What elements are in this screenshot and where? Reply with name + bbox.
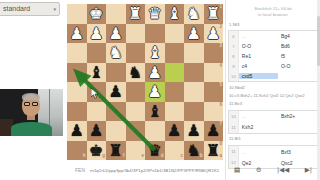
streamer-glasses-right: [32, 102, 38, 106]
chevron-down-icon: ▾: [53, 7, 56, 12]
square-g5[interactable]: [87, 82, 107, 102]
square-b7[interactable]: ♟: [184, 121, 204, 141]
file-label-e: e: [141, 154, 144, 159]
square-e8[interactable]: e: [126, 141, 146, 161]
variation-table: 10…Bxh2+11Kxh2: [228, 110, 318, 134]
skip-back-icon[interactable]: |◀◀: [277, 166, 289, 174]
square-c8[interactable]: c: [165, 141, 185, 161]
book-icon[interactable]: ▤: [234, 166, 240, 174]
streamer-hair: [22, 93, 40, 100]
piece-white-knight[interactable]: ♞: [109, 43, 123, 62]
square-d4[interactable]: ♟: [145, 63, 165, 83]
skip-forward-icon[interactable]: ▶|: [305, 166, 312, 174]
square-f8[interactable]: ♜f: [106, 141, 126, 161]
square-d2[interactable]: [145, 24, 165, 44]
file-label-g: g: [102, 154, 105, 159]
move-number: 10: [229, 111, 239, 122]
file-label-c: c: [180, 154, 183, 159]
piece-black-bishop[interactable]: ♝: [148, 102, 162, 121]
piece-black-pawn[interactable]: ♟: [187, 121, 201, 140]
move-number: 7: [229, 41, 239, 51]
file-label-d: d: [161, 154, 164, 159]
rank-label-5: 5: [219, 83, 222, 88]
move-7-b[interactable]: Bd6: [278, 43, 317, 49]
square-a1[interactable]: ♜1: [204, 4, 224, 24]
square-g1[interactable]: ♚: [87, 4, 107, 24]
square-a6[interactable]: 6: [204, 102, 224, 122]
chess-board[interactable]: ♚♜♛♝♞♜1♟♟♟♟♟2♞♝3♝♞♟4♟♟5♝6♟♟♟♟♟7h♚g♜fe♛dc…: [67, 4, 223, 160]
move-number: 11: [229, 122, 239, 133]
piece-white-queen[interactable]: ♛: [148, 4, 162, 23]
piece-white-knight[interactable]: ♞: [187, 4, 201, 23]
square-c3[interactable]: [165, 43, 185, 63]
piece-white-rook[interactable]: ♜: [206, 4, 220, 23]
square-b3[interactable]: [184, 43, 204, 63]
square-f6[interactable]: [106, 102, 126, 122]
piece-black-pawn[interactable]: ♟: [89, 121, 103, 140]
move-9-b[interactable]: O-O: [278, 63, 317, 69]
piece-black-bishop[interactable]: ♝: [89, 63, 103, 82]
square-c4[interactable]: [165, 63, 185, 83]
move-row: 11…Bxf3: [229, 146, 317, 157]
piece-white-pawn[interactable]: ♟: [148, 82, 162, 101]
square-a5[interactable]: 5: [204, 82, 224, 102]
square-a3[interactable]: 3: [204, 43, 224, 63]
piece-white-pawn[interactable]: ♟: [89, 24, 103, 43]
analysis-panel: Stockfish 11+ 64-bit in local browser 1.…: [225, 0, 320, 180]
piece-black-rook[interactable]: ♜: [109, 141, 123, 160]
square-h7[interactable]: ♟: [67, 121, 87, 141]
square-h3[interactable]: [67, 43, 87, 63]
fen-input[interactable]: rn1q1rk1/ppp3pp/3b4/3P1p2/3Pn1b1/3B1N2/P…: [90, 168, 219, 173]
square-g8[interactable]: ♚g: [87, 141, 107, 161]
streamer-glasses-left: [24, 102, 30, 106]
piece-black-pawn[interactable]: ♟: [109, 82, 123, 101]
piece-white-pawn[interactable]: ♟: [206, 24, 220, 43]
piece-white-pawn[interactable]: ♟: [70, 24, 84, 43]
square-e2[interactable]: [126, 24, 146, 44]
move-6-w[interactable]: …: [239, 33, 278, 39]
square-c2[interactable]: [165, 24, 185, 44]
square-a7[interactable]: ♟7: [204, 121, 224, 141]
move-9-w[interactable]: c4: [239, 63, 278, 69]
square-h8[interactable]: h: [67, 141, 87, 161]
piece-white-pawn[interactable]: ♟: [148, 63, 162, 82]
piece-white-pawn[interactable]: ♟: [109, 24, 123, 43]
move-8-w[interactable]: Re1: [239, 53, 278, 59]
piece-white-pawn[interactable]: ♟: [187, 24, 201, 43]
rank-label-3: 3: [219, 44, 222, 49]
engine-status: Stockfish 11+ 64-bit in local browser: [226, 6, 320, 18]
move-11-w[interactable]: Kxh2: [239, 124, 278, 130]
move-11-w[interactable]: …: [239, 149, 278, 155]
variation-line[interactable]: 11.Be3: [229, 101, 317, 107]
square-a8[interactable]: ♜8a: [204, 141, 224, 161]
variation-line[interactable]: 10.c5 Bxh2+ 11.Kxh2 Qxf2 12.Qe2 Qxe2: [229, 93, 317, 99]
square-f3[interactable]: ♞: [106, 43, 126, 63]
move-number: 11: [229, 146, 239, 157]
move-10-w[interactable]: …: [239, 113, 278, 119]
square-d5[interactable]: ♟: [145, 82, 165, 102]
square-a2[interactable]: ♟2: [204, 24, 224, 44]
analysis-toolbar: ▤⚙|◀◀▶|: [234, 166, 312, 174]
square-h2[interactable]: ♟: [67, 24, 87, 44]
piece-black-pawn[interactable]: ♟: [70, 121, 84, 140]
square-e7[interactable]: [126, 121, 146, 141]
square-d1[interactable]: ♛: [145, 4, 165, 24]
move-list: 6…Bg47O-OBd68Re1f59c4O-O10cxd5: [228, 30, 318, 82]
fen-label: FEN: [75, 167, 85, 173]
piece-black-pawn[interactable]: ♟: [206, 121, 220, 140]
square-c5[interactable]: [165, 82, 185, 102]
rank-label-1: 1: [219, 5, 222, 10]
move-number: 10: [229, 71, 239, 81]
square-f7[interactable]: [106, 121, 126, 141]
square-f5[interactable]: ♟: [106, 82, 126, 102]
square-g4[interactable]: ♝: [87, 63, 107, 83]
square-f1[interactable]: [106, 4, 126, 24]
square-d6[interactable]: ♝: [145, 102, 165, 122]
square-h4[interactable]: [67, 63, 87, 83]
piece-white-king[interactable]: ♚: [89, 4, 103, 23]
move-10-b[interactable]: Bxh2+: [278, 113, 317, 119]
engine-subline: 1.Nf3: [229, 22, 320, 27]
move-row: 10…Bxh2+: [229, 111, 317, 122]
chess-app-window: standard ▾ ♚♜♛♝♞♜1♟♟♟♟♟2♞♝3♝♞♟4♟♟5♝6♟♟♟♟…: [0, 0, 320, 180]
piece-black-rook[interactable]: ♜: [206, 141, 220, 160]
file-label-f: f: [123, 154, 125, 159]
move-row: 9c4O-O: [229, 61, 317, 71]
square-b4[interactable]: [184, 63, 204, 83]
square-g3[interactable]: [87, 43, 107, 63]
piece-white-rook[interactable]: ♜: [128, 4, 142, 23]
square-b2[interactable]: ♟: [184, 24, 204, 44]
move-number: 8: [229, 51, 239, 61]
square-d7[interactable]: [145, 121, 165, 141]
file-label-a: a: [219, 154, 222, 159]
square-d8[interactable]: ♛d: [145, 141, 165, 161]
move-number: 9: [229, 61, 239, 71]
variation-line[interactable]: 10.Nbd2: [229, 85, 317, 91]
rank-label-4: 4: [219, 64, 222, 69]
variant-dropdown[interactable]: standard ▾: [0, 2, 60, 16]
move-8-b[interactable]: f5: [278, 53, 317, 59]
square-f4[interactable]: [106, 63, 126, 83]
square-e6[interactable]: [126, 102, 146, 122]
move-6-b[interactable]: Bg4: [278, 33, 317, 39]
square-f2[interactable]: ♟: [106, 24, 126, 44]
streamer-shirt: [11, 122, 52, 136]
move-number: 6: [229, 31, 239, 41]
square-c7[interactable]: ♟: [165, 121, 185, 141]
variation-annotations: 10.Nbd210.c5 Bxh2+ 11.Kxh2 Qxf2 12.Qe2 Q…: [226, 85, 320, 169]
move-11-b[interactable]: Bxf3: [278, 149, 317, 155]
rank-label-7: 7: [219, 122, 222, 127]
rank-label-2: 2: [219, 25, 222, 30]
webcam-video: [0, 89, 63, 136]
square-c6[interactable]: [165, 102, 185, 122]
square-g6[interactable]: [87, 102, 107, 122]
square-h6[interactable]: [67, 102, 87, 122]
piece-white-bishop[interactable]: ♝: [167, 4, 181, 23]
square-b8[interactable]: ♞b: [184, 141, 204, 161]
square-e5[interactable]: [126, 82, 146, 102]
move-row: 11Kxh2: [229, 122, 317, 133]
square-b1[interactable]: ♞: [184, 4, 204, 24]
square-e1[interactable]: ♜: [126, 4, 146, 24]
engine-location: in local browser: [226, 12, 320, 18]
variant-dropdown-label: standard: [3, 5, 30, 12]
file-label-h: h: [83, 154, 86, 159]
square-e3[interactable]: [126, 43, 146, 63]
move-12-b[interactable]: Qxc2: [278, 160, 317, 166]
rank-label-8: 8: [219, 142, 222, 147]
variation-line[interactable]: 11.Bf1: [229, 136, 317, 142]
square-c1[interactable]: ♝: [165, 4, 185, 24]
square-h1[interactable]: [67, 4, 87, 24]
square-e4[interactable]: ♞: [126, 63, 146, 83]
rank-label-6: 6: [219, 103, 222, 108]
square-g7[interactable]: ♟: [87, 121, 107, 141]
move-7-w[interactable]: O-O: [239, 43, 278, 49]
file-label-b: b: [200, 154, 203, 159]
square-d3[interactable]: ♝: [145, 43, 165, 63]
gear-icon[interactable]: ⚙: [256, 166, 262, 174]
square-a4[interactable]: 4: [204, 63, 224, 83]
move-row: 8Re1f5: [229, 51, 317, 61]
piece-white-bishop[interactable]: ♝: [148, 43, 162, 62]
piece-black-knight[interactable]: ♞: [128, 63, 142, 82]
move-10-w[interactable]: cxd5: [239, 73, 278, 79]
piece-black-pawn[interactable]: ♟: [167, 121, 181, 140]
square-g2[interactable]: ♟: [87, 24, 107, 44]
move-row: 7O-OBd6: [229, 41, 317, 51]
square-b6[interactable]: [184, 102, 204, 122]
move-12-w[interactable]: Qe2: [239, 160, 278, 166]
move-row: 10cxd5: [229, 71, 317, 81]
square-h5[interactable]: [67, 82, 87, 102]
fen-bar: FEN rn1q1rk1/ppp3pp/3b4/3P1p2/3Pn1b1/3B1…: [64, 162, 244, 178]
square-b5[interactable]: [184, 82, 204, 102]
move-row: 6…Bg4: [229, 31, 317, 41]
